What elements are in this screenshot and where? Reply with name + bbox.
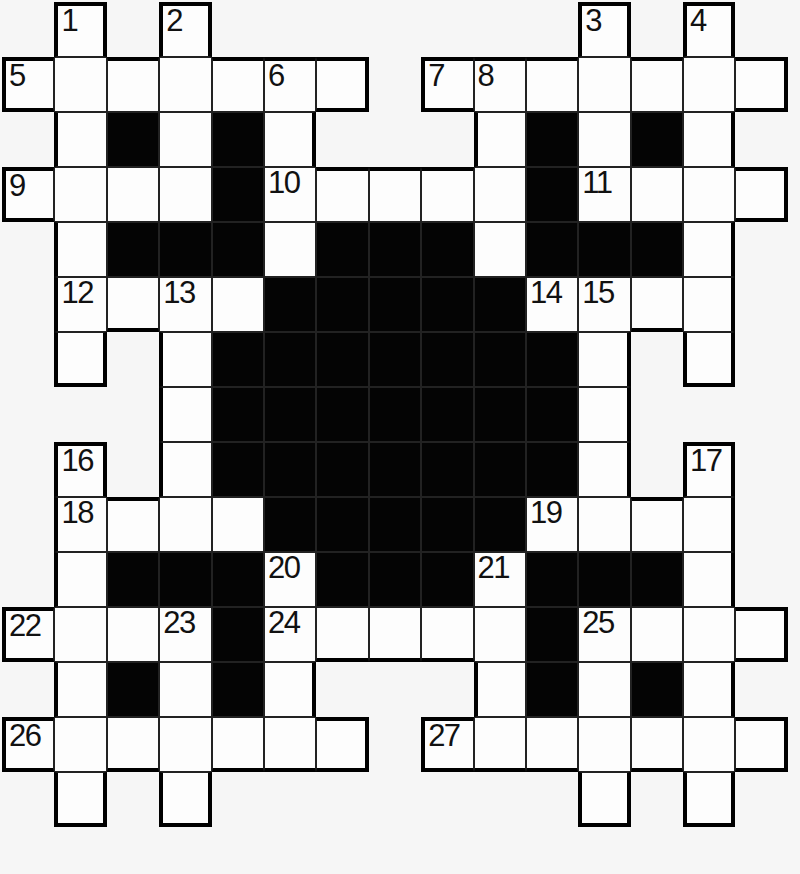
white-cell[interactable]: 20 [264, 552, 316, 607]
outside-area [735, 552, 787, 607]
white-cell[interactable] [54, 662, 106, 717]
outside-area [369, 2, 421, 57]
white-cell[interactable] [54, 167, 106, 222]
white-cell[interactable] [54, 57, 106, 112]
white-cell[interactable]: 23 [159, 607, 211, 662]
clue-number: 27 [428, 719, 459, 752]
white-cell[interactable] [735, 57, 787, 112]
crossword-board: 1234567891011121314151617181920212223242… [0, 0, 800, 827]
black-cell [474, 387, 526, 442]
white-cell[interactable] [578, 442, 630, 497]
clue-number: 17 [690, 444, 721, 477]
crossword-grid: 1234567891011121314151617181920212223242… [2, 2, 788, 827]
black-cell [159, 552, 211, 607]
outside-area [2, 662, 54, 717]
black-cell [369, 442, 421, 497]
white-cell[interactable] [735, 167, 787, 222]
white-cell[interactable] [631, 607, 683, 662]
black-cell [316, 442, 368, 497]
white-cell[interactable] [159, 332, 211, 387]
white-cell[interactable] [264, 222, 316, 277]
black-cell [212, 662, 264, 717]
outside-area [735, 222, 787, 277]
black-cell [159, 222, 211, 277]
clue-number: 26 [9, 719, 40, 752]
clue-number: 6 [268, 59, 284, 92]
black-cell [474, 497, 526, 552]
black-cell [369, 387, 421, 442]
outside-area [735, 442, 787, 497]
white-cell[interactable] [683, 662, 735, 717]
clue-number: 20 [268, 551, 299, 584]
white-cell[interactable] [474, 607, 526, 662]
white-cell[interactable] [683, 57, 735, 112]
black-cell [421, 277, 473, 332]
outside-area [421, 662, 473, 717]
black-cell [421, 387, 473, 442]
white-cell[interactable]: 6 [264, 57, 316, 112]
outside-area [369, 112, 421, 167]
outside-area [735, 497, 787, 552]
black-cell [631, 112, 683, 167]
white-cell[interactable] [683, 277, 735, 332]
outside-area [2, 387, 54, 442]
white-cell[interactable] [631, 277, 683, 332]
outside-area [2, 277, 54, 332]
white-cell[interactable] [316, 717, 368, 772]
black-cell [212, 442, 264, 497]
outside-area [264, 2, 316, 57]
white-cell[interactable] [578, 662, 630, 717]
outside-area [735, 772, 787, 827]
black-cell [474, 277, 526, 332]
white-cell[interactable] [54, 112, 106, 167]
white-cell[interactable]: 25 [578, 607, 630, 662]
black-cell [212, 112, 264, 167]
white-cell[interactable]: 12 [54, 277, 106, 332]
black-cell [631, 222, 683, 277]
white-cell[interactable] [54, 772, 106, 827]
white-cell[interactable] [107, 607, 159, 662]
clue-number: 21 [478, 551, 509, 584]
white-cell[interactable] [107, 277, 159, 332]
black-cell [421, 222, 473, 277]
white-cell[interactable] [264, 662, 316, 717]
black-cell [316, 552, 368, 607]
white-cell[interactable] [212, 497, 264, 552]
white-cell[interactable] [631, 57, 683, 112]
white-cell[interactable] [159, 387, 211, 442]
clue-number: 4 [690, 4, 706, 37]
white-cell[interactable] [474, 167, 526, 222]
outside-area [631, 442, 683, 497]
clue-number: 8 [478, 59, 494, 92]
white-cell[interactable] [54, 717, 106, 772]
black-cell [316, 222, 368, 277]
outside-area [735, 387, 787, 442]
clue-number: 12 [61, 276, 92, 309]
outside-area [735, 112, 787, 167]
white-cell[interactable]: 9 [2, 167, 54, 222]
clue-number: 1 [61, 4, 77, 37]
white-cell[interactable] [212, 277, 264, 332]
black-cell [421, 332, 473, 387]
black-cell [316, 332, 368, 387]
white-cell[interactable] [683, 112, 735, 167]
outside-area [735, 662, 787, 717]
outside-area [735, 277, 787, 332]
clue-number: 5 [9, 59, 25, 92]
white-cell[interactable] [316, 607, 368, 662]
black-cell [369, 497, 421, 552]
outside-area [421, 772, 473, 827]
white-cell[interactable]: 27 [421, 717, 473, 772]
white-cell[interactable] [107, 167, 159, 222]
white-cell[interactable] [159, 497, 211, 552]
white-cell[interactable] [54, 607, 106, 662]
white-cell[interactable] [212, 57, 264, 112]
outside-area [107, 332, 159, 387]
white-cell[interactable] [631, 167, 683, 222]
white-cell[interactable] [107, 497, 159, 552]
black-cell [578, 222, 630, 277]
outside-area [264, 772, 316, 827]
white-cell[interactable] [526, 57, 578, 112]
white-cell[interactable] [683, 222, 735, 277]
white-cell[interactable] [683, 497, 735, 552]
black-cell [212, 167, 264, 222]
white-cell[interactable] [316, 57, 368, 112]
white-cell[interactable] [54, 552, 106, 607]
outside-area [631, 2, 683, 57]
black-cell [631, 662, 683, 717]
white-cell[interactable]: 10 [264, 167, 316, 222]
black-cell [107, 112, 159, 167]
white-cell[interactable]: 7 [421, 57, 473, 112]
clue-number: 13 [163, 276, 194, 309]
outside-area [316, 772, 368, 827]
clue-number: 7 [428, 59, 444, 92]
white-cell[interactable]: 2 [159, 2, 211, 57]
white-cell[interactable] [578, 57, 630, 112]
black-cell [316, 387, 368, 442]
white-cell[interactable] [683, 607, 735, 662]
white-cell[interactable] [159, 772, 211, 827]
black-cell [421, 497, 473, 552]
black-cell [421, 552, 473, 607]
black-cell [369, 277, 421, 332]
white-cell[interactable] [631, 717, 683, 772]
outside-area [212, 2, 264, 57]
white-cell[interactable]: 11 [578, 167, 630, 222]
white-cell[interactable] [369, 607, 421, 662]
white-cell[interactable]: 17 [683, 442, 735, 497]
black-cell [631, 552, 683, 607]
white-cell[interactable] [159, 442, 211, 497]
white-cell[interactable] [683, 717, 735, 772]
black-cell [526, 387, 578, 442]
white-cell[interactable] [578, 112, 630, 167]
white-cell[interactable] [212, 717, 264, 772]
black-cell [369, 222, 421, 277]
outside-area [631, 772, 683, 827]
white-cell[interactable] [316, 167, 368, 222]
black-cell [212, 552, 264, 607]
outside-area [631, 332, 683, 387]
outside-area [2, 552, 54, 607]
outside-area [369, 772, 421, 827]
outside-area [735, 332, 787, 387]
black-cell [578, 552, 630, 607]
white-cell[interactable] [421, 167, 473, 222]
black-cell [212, 332, 264, 387]
outside-area [474, 2, 526, 57]
outside-area [107, 442, 159, 497]
black-cell [526, 222, 578, 277]
white-cell[interactable] [683, 772, 735, 827]
clue-number: 25 [582, 606, 613, 639]
outside-area [2, 112, 54, 167]
white-cell[interactable] [264, 112, 316, 167]
clue-number: 11 [582, 166, 611, 199]
white-cell[interactable] [159, 717, 211, 772]
black-cell [421, 442, 473, 497]
white-cell[interactable]: 19 [526, 497, 578, 552]
outside-area [369, 717, 421, 772]
outside-area [107, 387, 159, 442]
white-cell[interactable] [631, 497, 683, 552]
outside-area [212, 772, 264, 827]
white-cell[interactable] [683, 332, 735, 387]
white-cell[interactable] [107, 57, 159, 112]
black-cell [369, 552, 421, 607]
white-cell[interactable]: 4 [683, 2, 735, 57]
white-cell[interactable]: 8 [474, 57, 526, 112]
white-cell[interactable]: 18 [54, 497, 106, 552]
white-cell[interactable] [735, 717, 787, 772]
black-cell [264, 277, 316, 332]
white-cell[interactable] [107, 717, 159, 772]
white-cell[interactable] [159, 112, 211, 167]
outside-area [316, 2, 368, 57]
black-cell [212, 222, 264, 277]
clue-number: 3 [585, 4, 601, 37]
outside-area [2, 332, 54, 387]
outside-area [369, 57, 421, 112]
clue-number: 16 [61, 444, 92, 477]
black-cell [264, 332, 316, 387]
black-cell [107, 662, 159, 717]
black-cell [107, 552, 159, 607]
black-cell [474, 332, 526, 387]
outside-area [683, 387, 735, 442]
outside-area [474, 772, 526, 827]
white-cell[interactable] [578, 717, 630, 772]
white-cell[interactable] [474, 112, 526, 167]
outside-area [2, 442, 54, 497]
black-cell [264, 387, 316, 442]
outside-area [421, 2, 473, 57]
white-cell[interactable]: 13 [159, 277, 211, 332]
white-cell[interactable] [578, 772, 630, 827]
outside-area [2, 2, 54, 57]
clue-number: 22 [9, 609, 40, 642]
white-cell[interactable]: 22 [2, 607, 54, 662]
white-cell[interactable]: 3 [578, 2, 630, 57]
white-cell[interactable] [474, 222, 526, 277]
white-cell[interactable] [578, 497, 630, 552]
outside-area [107, 2, 159, 57]
outside-area [107, 772, 159, 827]
white-cell[interactable] [264, 717, 316, 772]
black-cell [526, 112, 578, 167]
black-cell [526, 442, 578, 497]
white-cell[interactable]: 14 [526, 277, 578, 332]
clue-number: 2 [166, 4, 182, 37]
white-cell[interactable] [159, 167, 211, 222]
black-cell [526, 332, 578, 387]
white-cell[interactable] [54, 332, 106, 387]
outside-area [735, 2, 787, 57]
black-cell [526, 552, 578, 607]
white-cell[interactable] [526, 717, 578, 772]
clue-number: 10 [268, 166, 299, 199]
white-cell[interactable] [735, 607, 787, 662]
white-cell[interactable]: 1 [54, 2, 106, 57]
clue-number: 15 [582, 276, 613, 309]
black-cell [107, 222, 159, 277]
white-cell[interactable]: 16 [54, 442, 106, 497]
white-cell[interactable]: 15 [578, 277, 630, 332]
white-cell[interactable] [683, 167, 735, 222]
clue-number: 14 [530, 276, 561, 309]
outside-area [2, 772, 54, 827]
white-cell[interactable] [159, 662, 211, 717]
white-cell[interactable]: 21 [474, 552, 526, 607]
black-cell [212, 387, 264, 442]
white-cell[interactable] [474, 662, 526, 717]
outside-area [316, 112, 368, 167]
black-cell [526, 607, 578, 662]
black-cell [526, 167, 578, 222]
outside-area [421, 112, 473, 167]
black-cell [264, 442, 316, 497]
white-cell[interactable] [578, 332, 630, 387]
white-cell[interactable]: 26 [2, 717, 54, 772]
outside-area [631, 387, 683, 442]
outside-area [316, 662, 368, 717]
outside-area [54, 387, 106, 442]
outside-area [526, 772, 578, 827]
black-cell [526, 662, 578, 717]
black-cell [264, 497, 316, 552]
black-cell [369, 332, 421, 387]
clue-number: 24 [268, 606, 299, 639]
white-cell[interactable] [578, 387, 630, 442]
clue-number: 9 [9, 169, 25, 202]
white-cell[interactable] [159, 57, 211, 112]
outside-area [2, 497, 54, 552]
black-cell [474, 442, 526, 497]
white-cell[interactable] [474, 717, 526, 772]
clue-number: 23 [163, 606, 194, 639]
white-cell[interactable] [369, 167, 421, 222]
outside-area [526, 2, 578, 57]
white-cell[interactable] [421, 607, 473, 662]
white-cell[interactable]: 5 [2, 57, 54, 112]
white-cell[interactable]: 24 [264, 607, 316, 662]
outside-area [2, 222, 54, 277]
clue-number: 18 [61, 496, 92, 529]
black-cell [212, 607, 264, 662]
white-cell[interactable] [54, 222, 106, 277]
black-cell [316, 497, 368, 552]
outside-area [369, 662, 421, 717]
white-cell[interactable] [683, 552, 735, 607]
clue-number: 19 [530, 496, 561, 529]
black-cell [316, 277, 368, 332]
